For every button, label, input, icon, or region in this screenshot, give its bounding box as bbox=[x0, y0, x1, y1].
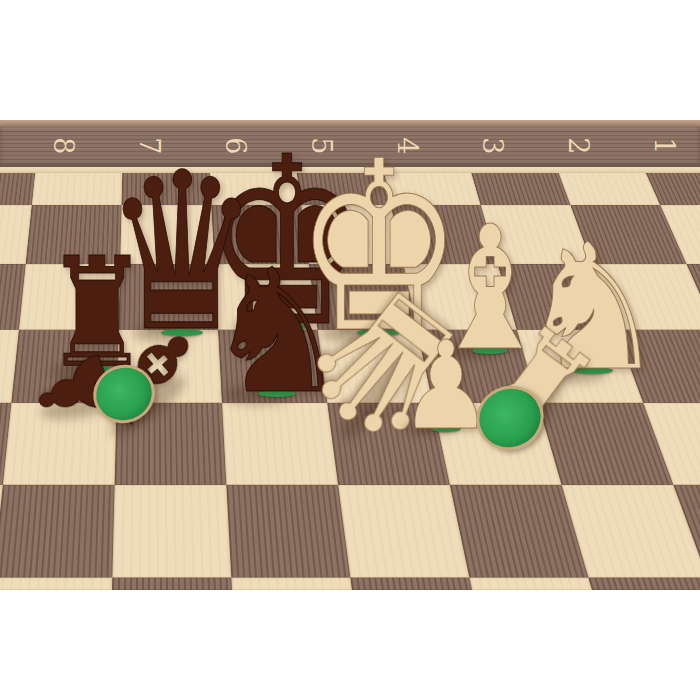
board-row bbox=[0, 403, 700, 485]
board-square bbox=[338, 485, 469, 578]
board-square bbox=[350, 578, 472, 590]
board-row bbox=[0, 485, 700, 578]
board-square bbox=[380, 173, 481, 205]
board-square bbox=[294, 173, 391, 205]
board-square bbox=[19, 264, 120, 330]
board-square bbox=[469, 578, 592, 590]
board-square bbox=[231, 578, 352, 590]
board-square bbox=[211, 205, 309, 264]
rank-label-1: 1 bbox=[649, 137, 680, 154]
board-row bbox=[0, 578, 700, 590]
chessboard-product-photo: 87654321 ♜♛♚♞♝♟♚♝♞♛♟♜ bbox=[0, 0, 700, 700]
board-top-edge bbox=[0, 120, 700, 127]
board-square bbox=[208, 173, 301, 205]
board-square bbox=[391, 205, 498, 264]
board-square bbox=[118, 264, 218, 330]
board-row bbox=[0, 330, 700, 403]
board-square bbox=[309, 264, 417, 330]
board-square bbox=[588, 578, 700, 590]
board-square bbox=[26, 205, 122, 264]
board-square bbox=[117, 330, 222, 403]
board-row bbox=[0, 264, 700, 330]
board-square bbox=[120, 205, 214, 264]
board-square bbox=[301, 205, 403, 264]
board-square bbox=[327, 403, 450, 485]
board-square bbox=[215, 264, 318, 330]
board-square bbox=[112, 485, 231, 578]
board-square bbox=[318, 330, 433, 403]
board-row bbox=[0, 173, 700, 205]
board-square bbox=[222, 403, 338, 485]
board-square bbox=[0, 485, 115, 578]
board-square bbox=[32, 173, 123, 205]
board-square bbox=[0, 578, 112, 590]
board-border-rank-labels: 87654321 bbox=[0, 127, 700, 167]
board-square bbox=[218, 330, 327, 403]
rank-label-4: 4 bbox=[392, 137, 423, 154]
board-plane bbox=[0, 173, 700, 590]
board-square bbox=[3, 403, 117, 485]
board-square bbox=[11, 330, 118, 403]
board-square bbox=[226, 485, 350, 578]
board-square bbox=[115, 403, 227, 485]
rank-label-5: 5 bbox=[306, 137, 337, 154]
board-squares-area bbox=[0, 173, 700, 590]
rank-label-2: 2 bbox=[563, 137, 594, 154]
rank-label-6: 6 bbox=[220, 137, 251, 154]
board-square bbox=[112, 578, 232, 590]
rank-label-3: 3 bbox=[477, 137, 508, 154]
board-row bbox=[0, 205, 700, 264]
rank-label-7: 7 bbox=[134, 137, 165, 154]
board-square bbox=[465, 173, 570, 205]
board-square bbox=[122, 173, 212, 205]
rank-label-8: 8 bbox=[48, 137, 79, 154]
